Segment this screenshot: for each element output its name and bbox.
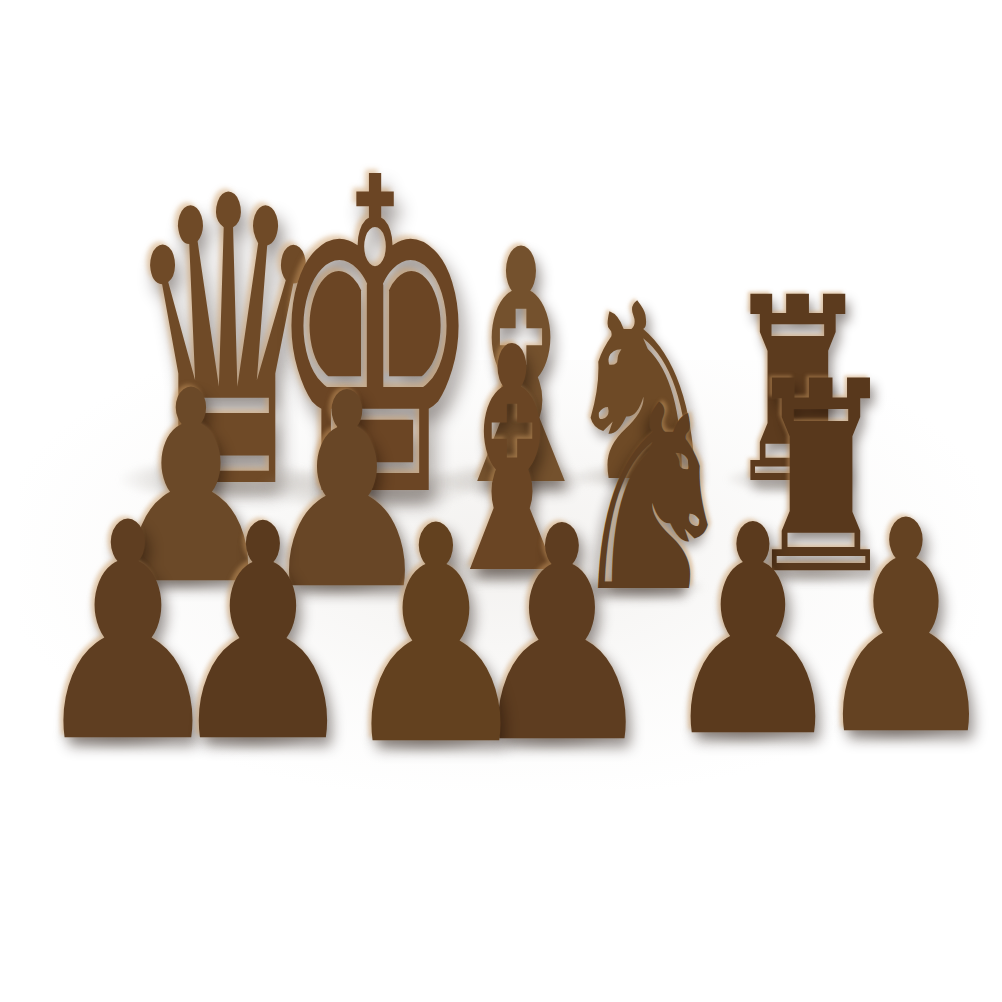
pawn-front-3: ♟ [339, 487, 532, 786]
pawn-front-5: ♟ [660, 488, 847, 777]
chess-pieces-photo: ♛♚♝♝♞♞♜♜♟♟♟♟♟♟♟♟ [0, 0, 1002, 1002]
pawn-front-2: ♟ [167, 486, 359, 784]
